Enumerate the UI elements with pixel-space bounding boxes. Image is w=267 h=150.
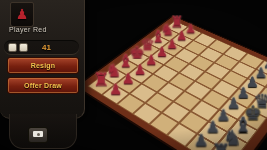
sidebar: ♟ Player Red 41 Resign Offer Draw [0, 0, 90, 150]
offer-draw-button[interactable]: Offer Draw [7, 77, 79, 94]
resign-button[interactable]: Resign [7, 57, 79, 74]
counter-value: 41 [42, 43, 51, 52]
camera-button[interactable] [28, 127, 48, 143]
coin-icon [8, 43, 17, 52]
piece-black-pawn[interactable]: ♟ [194, 131, 209, 148]
piece-black-rook[interactable]: ♜ [211, 140, 231, 150]
red-pawn-icon: ♟ [16, 6, 29, 22]
piece-red-pawn[interactable]: ♟ [145, 53, 157, 66]
chess-board: ♜♟♟♜♞♟♟♞♝♟♟♝♛♟♟♛♚♟♟♚♝♟♟♝♞♟♟♞♜♟♟♜ [77, 16, 267, 150]
sidebar-panel: ♟ Player Red 41 Resign Offer Draw [0, 0, 85, 119]
camera-icon [33, 131, 43, 137]
game-screen: ♜♟♟♜♞♟♟♞♝♟♟♝♛♟♟♛♚♟♟♚♝♟♟♝♞♟♟♞♜♟♟♜ ♟ Playe… [0, 0, 267, 150]
piece-red-pawn[interactable]: ♟ [134, 62, 146, 76]
piece-red-rook[interactable]: ♜ [93, 70, 109, 88]
piece-red-pawn[interactable]: ♟ [109, 81, 122, 96]
piece-red-pawn[interactable]: ♟ [122, 71, 135, 85]
coin-icon [19, 43, 28, 52]
player-badge: ♟ [10, 2, 34, 27]
stats-row: 41 [4, 40, 79, 55]
player-name: Player Red [9, 26, 47, 33]
